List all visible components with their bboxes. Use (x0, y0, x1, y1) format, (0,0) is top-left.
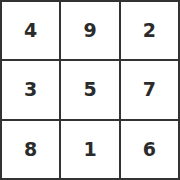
cell-value: 2 (143, 21, 156, 40)
cell-value: 7 (143, 80, 156, 99)
cell-r3c2: 1 (61, 121, 118, 178)
cell-r2c3: 7 (121, 61, 178, 118)
cell-r1c2: 9 (61, 2, 118, 59)
cell-value: 5 (83, 80, 96, 99)
cell-r1c1: 4 (2, 2, 59, 59)
cell-value: 8 (24, 140, 37, 159)
cell-r3c3: 6 (121, 121, 178, 178)
cell-value: 6 (143, 140, 156, 159)
cell-value: 1 (83, 140, 96, 159)
cell-r2c1: 3 (2, 61, 59, 118)
cell-value: 9 (83, 21, 96, 40)
cell-value: 4 (24, 21, 37, 40)
cell-r2c2: 5 (61, 61, 118, 118)
magic-square-board: 4 9 2 3 5 7 8 1 6 (0, 0, 180, 180)
cell-r3c1: 8 (2, 121, 59, 178)
cell-r1c3: 2 (121, 2, 178, 59)
cell-value: 3 (24, 80, 37, 99)
